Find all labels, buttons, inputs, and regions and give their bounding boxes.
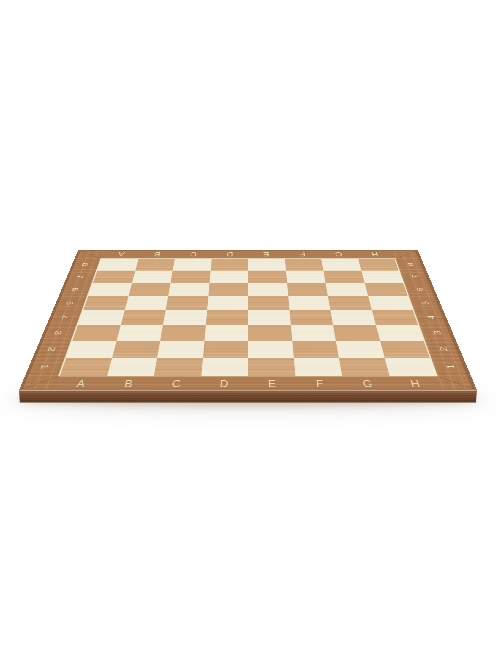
square-b6[interactable] <box>128 283 170 296</box>
board-grid <box>58 258 438 376</box>
square-f7[interactable] <box>286 270 326 282</box>
square-a6[interactable] <box>88 283 131 296</box>
square-a3[interactable] <box>72 325 120 341</box>
rank-label-right-cell-6: 6 <box>404 283 437 296</box>
square-b2[interactable] <box>112 341 160 358</box>
square-e2[interactable] <box>248 341 293 358</box>
file-label-top-d: D <box>226 251 233 257</box>
square-b1[interactable] <box>107 358 157 376</box>
square-e3[interactable] <box>248 325 292 341</box>
product-photo-background: ABCDEFGH ABCDEFGH 87654321 87654321 <box>0 0 496 664</box>
square-c5[interactable] <box>166 296 208 310</box>
square-a4[interactable] <box>78 310 124 325</box>
file-label-bottom-h: H <box>409 378 421 388</box>
square-c7[interactable] <box>170 270 210 282</box>
square-d4[interactable] <box>205 310 248 325</box>
square-f2[interactable] <box>292 341 339 358</box>
file-label-top-cell-g: G <box>320 250 358 258</box>
square-e1[interactable] <box>248 358 295 376</box>
square-b5[interactable] <box>124 296 168 310</box>
square-e7[interactable] <box>248 270 287 282</box>
square-g3[interactable] <box>333 325 380 341</box>
rank-label-right-cell-5: 5 <box>409 296 443 310</box>
rank-label-left-2: 2 <box>46 347 57 351</box>
file-label-top-b: B <box>154 251 161 257</box>
file-label-bottom-a: A <box>75 378 86 388</box>
square-h4[interactable] <box>372 310 418 325</box>
square-a1[interactable] <box>60 358 112 376</box>
perspective-wrapper: ABCDEFGH ABCDEFGH 87654321 87654321 <box>53 115 443 505</box>
file-label-bottom-cell-c: C <box>151 377 201 391</box>
rank-label-left-4: 4 <box>59 315 70 319</box>
file-label-bottom-d: D <box>220 378 229 388</box>
board-side-edge <box>19 390 477 403</box>
frame-miter-top-left <box>75 250 104 258</box>
rank-label-right-cell-8: 8 <box>396 259 427 271</box>
square-a5[interactable] <box>83 296 128 310</box>
file-label-top-g: G <box>334 251 342 257</box>
square-e5[interactable] <box>248 296 289 310</box>
rank-label-left-5: 5 <box>65 301 75 305</box>
file-label-top-a: A <box>117 251 125 257</box>
square-c2[interactable] <box>157 341 204 358</box>
rank-label-right-2: 2 <box>438 347 449 351</box>
square-d1[interactable] <box>201 358 248 376</box>
square-f1[interactable] <box>293 358 342 376</box>
file-label-bottom-cell-h: H <box>389 377 441 391</box>
square-e4[interactable] <box>248 310 291 325</box>
file-label-top-cell-f: F <box>284 250 321 258</box>
square-h8[interactable] <box>358 259 399 271</box>
file-label-top-cell-c: C <box>175 250 212 258</box>
file-label-top-f: F <box>299 251 305 257</box>
square-a7[interactable] <box>93 270 135 282</box>
square-g4[interactable] <box>330 310 375 325</box>
chess-board: ABCDEFGH ABCDEFGH 87654321 87654321 <box>19 250 477 390</box>
square-e6[interactable] <box>248 283 288 296</box>
file-labels-top: ABCDEFGH <box>102 250 395 258</box>
file-label-bottom-cell-f: F <box>295 377 345 391</box>
rank-label-right-5: 5 <box>421 301 431 305</box>
square-c6[interactable] <box>168 283 209 296</box>
file-label-bottom-e: E <box>268 378 276 388</box>
square-h2[interactable] <box>380 341 430 358</box>
square-g8[interactable] <box>321 259 361 271</box>
square-h5[interactable] <box>368 296 413 310</box>
rank-label-left-6: 6 <box>70 288 80 291</box>
square-e8[interactable] <box>248 259 286 271</box>
square-d2[interactable] <box>203 341 248 358</box>
rank-label-right-3: 3 <box>432 331 443 335</box>
square-h6[interactable] <box>364 283 407 296</box>
file-label-bottom-cell-g: G <box>342 377 393 391</box>
square-b7[interactable] <box>132 270 173 282</box>
square-c1[interactable] <box>154 358 203 376</box>
file-label-bottom-b: B <box>124 378 134 388</box>
square-g1[interactable] <box>339 358 389 376</box>
file-label-top-e: E <box>263 251 269 257</box>
square-g7[interactable] <box>323 270 364 282</box>
file-label-bottom-cell-a: A <box>55 377 107 391</box>
rank-label-right-6: 6 <box>416 288 426 291</box>
file-label-bottom-cell-d: D <box>200 377 248 391</box>
square-f6[interactable] <box>287 283 328 296</box>
frame-miter-top-right <box>393 250 422 258</box>
file-label-bottom-c: C <box>171 378 181 388</box>
rank-label-right-cell-3: 3 <box>419 325 456 341</box>
square-f4[interactable] <box>289 310 333 325</box>
square-d3[interactable] <box>204 325 248 341</box>
file-label-top-cell-e: E <box>248 250 285 258</box>
file-label-bottom-cell-e: E <box>248 377 296 391</box>
rank-label-left-7: 7 <box>76 275 86 278</box>
square-b4[interactable] <box>120 310 165 325</box>
file-label-bottom-cell-b: B <box>103 377 154 391</box>
square-c3[interactable] <box>160 325 205 341</box>
rank-label-right-7: 7 <box>411 275 421 278</box>
square-f5[interactable] <box>288 296 330 310</box>
file-label-top-cell-b: B <box>138 250 176 258</box>
square-g6[interactable] <box>326 283 368 296</box>
square-d5[interactable] <box>207 296 248 310</box>
file-label-top-cell-a: A <box>102 250 141 258</box>
rank-label-right-4: 4 <box>426 315 437 319</box>
file-label-bottom-f: F <box>315 378 324 388</box>
file-label-top-h: H <box>371 251 379 257</box>
square-a2[interactable] <box>66 341 116 358</box>
square-g5[interactable] <box>328 296 372 310</box>
file-label-bottom-g: G <box>361 378 373 388</box>
square-h3[interactable] <box>376 325 424 341</box>
square-b3[interactable] <box>116 325 163 341</box>
rank-label-left-1: 1 <box>39 364 51 369</box>
rank-label-right-1: 1 <box>445 364 457 369</box>
square-d7[interactable] <box>209 270 248 282</box>
file-labels-bottom: ABCDEFGH <box>55 377 442 391</box>
rank-label-right-8: 8 <box>406 263 415 266</box>
square-h1[interactable] <box>384 358 436 376</box>
square-d6[interactable] <box>208 283 248 296</box>
file-label-top-c: C <box>190 251 197 257</box>
square-h7[interactable] <box>361 270 403 282</box>
square-c8[interactable] <box>173 259 212 271</box>
rank-label-right-cell-2: 2 <box>425 341 463 358</box>
square-f3[interactable] <box>291 325 336 341</box>
square-b8[interactable] <box>135 259 175 271</box>
square-f8[interactable] <box>285 259 324 271</box>
square-g2[interactable] <box>336 341 384 358</box>
file-label-top-cell-h: H <box>356 250 395 258</box>
rank-label-right-cell-1: 1 <box>431 358 471 376</box>
square-d8[interactable] <box>210 259 248 271</box>
file-label-top-cell-d: D <box>211 250 248 258</box>
square-c4[interactable] <box>163 310 207 325</box>
square-a8[interactable] <box>97 259 138 271</box>
rank-label-left-3: 3 <box>53 331 64 335</box>
rank-label-left-8: 8 <box>81 263 90 266</box>
